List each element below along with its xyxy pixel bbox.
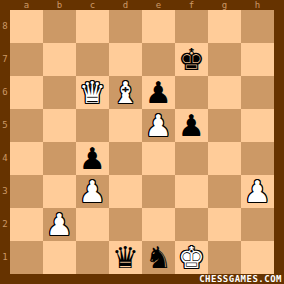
square-d7 (109, 43, 142, 76)
square-b2: ♟ (43, 208, 76, 241)
square-d3 (109, 175, 142, 208)
file-label-a: a (10, 0, 43, 10)
rank-label-6: 6 (0, 76, 10, 109)
rank-label-5: 5 (0, 109, 10, 142)
file-label-c: c (76, 0, 109, 10)
square-c7 (76, 43, 109, 76)
square-d6: ♝ (109, 76, 142, 109)
square-a5 (10, 109, 43, 142)
watermark: CHESSGAMES.COM (199, 274, 282, 284)
white-bishop: ♝ (109, 76, 142, 109)
square-f4 (175, 142, 208, 175)
square-e7 (142, 43, 175, 76)
rank-label-4: 4 (0, 142, 10, 175)
square-h8 (241, 10, 274, 43)
black-queen: ♛ (109, 241, 142, 274)
chess-diagram: abcdefgh 87654321 ♚♛♝♟♟♟♟♟♟♟♛♞♚ CHESSGAM… (0, 0, 284, 284)
square-c1 (76, 241, 109, 274)
square-c5 (76, 109, 109, 142)
black-knight: ♞ (142, 241, 175, 274)
square-e1: ♞ (142, 241, 175, 274)
square-d5 (109, 109, 142, 142)
file-label-g: g (208, 0, 241, 10)
square-a6 (10, 76, 43, 109)
black-pawn: ♟ (142, 76, 175, 109)
square-b6 (43, 76, 76, 109)
square-g6 (208, 76, 241, 109)
square-g5 (208, 109, 241, 142)
square-e6: ♟ (142, 76, 175, 109)
square-e8 (142, 10, 175, 43)
square-h4 (241, 142, 274, 175)
white-king: ♚ (175, 241, 208, 274)
rank-label-8: 8 (0, 10, 10, 43)
square-a7 (10, 43, 43, 76)
square-f7: ♚ (175, 43, 208, 76)
square-c3: ♟ (76, 175, 109, 208)
square-h5 (241, 109, 274, 142)
square-g1 (208, 241, 241, 274)
square-d8 (109, 10, 142, 43)
square-a2 (10, 208, 43, 241)
file-label-f: f (175, 0, 208, 10)
square-h1 (241, 241, 274, 274)
file-label-d: d (109, 0, 142, 10)
square-a3 (10, 175, 43, 208)
file-labels: abcdefgh (10, 0, 274, 10)
square-e2 (142, 208, 175, 241)
square-a4 (10, 142, 43, 175)
square-e3 (142, 175, 175, 208)
chess-board: ♚♛♝♟♟♟♟♟♟♟♛♞♚ (10, 10, 274, 274)
square-d4 (109, 142, 142, 175)
black-pawn: ♟ (175, 109, 208, 142)
square-b8 (43, 10, 76, 43)
white-pawn: ♟ (142, 109, 175, 142)
black-pawn: ♟ (76, 142, 109, 175)
square-a1 (10, 241, 43, 274)
square-c8 (76, 10, 109, 43)
square-g3 (208, 175, 241, 208)
square-g8 (208, 10, 241, 43)
square-h2 (241, 208, 274, 241)
rank-label-7: 7 (0, 43, 10, 76)
square-g2 (208, 208, 241, 241)
square-d2 (109, 208, 142, 241)
square-c2 (76, 208, 109, 241)
white-pawn: ♟ (43, 208, 76, 241)
square-f2 (175, 208, 208, 241)
rank-labels: 87654321 (0, 10, 10, 274)
square-h6 (241, 76, 274, 109)
square-e5: ♟ (142, 109, 175, 142)
square-f1: ♚ (175, 241, 208, 274)
white-pawn: ♟ (241, 175, 274, 208)
square-f3 (175, 175, 208, 208)
file-label-e: e (142, 0, 175, 10)
rank-label-2: 2 (0, 208, 10, 241)
square-b7 (43, 43, 76, 76)
rank-label-1: 1 (0, 241, 10, 274)
square-d1: ♛ (109, 241, 142, 274)
square-h7 (241, 43, 274, 76)
rank-label-3: 3 (0, 175, 10, 208)
square-c4: ♟ (76, 142, 109, 175)
square-b5 (43, 109, 76, 142)
square-c6: ♛ (76, 76, 109, 109)
black-king: ♚ (175, 43, 208, 76)
square-b1 (43, 241, 76, 274)
square-f6 (175, 76, 208, 109)
square-a8 (10, 10, 43, 43)
square-f8 (175, 10, 208, 43)
square-g7 (208, 43, 241, 76)
square-f5: ♟ (175, 109, 208, 142)
square-b4 (43, 142, 76, 175)
file-label-h: h (241, 0, 274, 10)
white-queen: ♛ (76, 76, 109, 109)
square-h3: ♟ (241, 175, 274, 208)
square-b3 (43, 175, 76, 208)
square-e4 (142, 142, 175, 175)
square-g4 (208, 142, 241, 175)
file-label-b: b (43, 0, 76, 10)
white-pawn: ♟ (76, 175, 109, 208)
